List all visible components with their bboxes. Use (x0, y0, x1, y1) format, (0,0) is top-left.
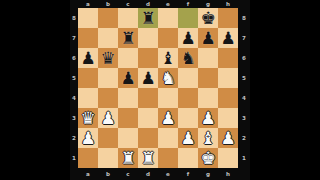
square-g2[interactable]: ♝ (198, 128, 218, 148)
rank-label-8: 8 (240, 12, 247, 24)
square-b1[interactable] (98, 148, 118, 168)
square-h2[interactable]: ♟ (218, 128, 238, 148)
square-g5[interactable] (198, 68, 218, 88)
square-d2[interactable] (138, 128, 158, 148)
square-a8[interactable] (78, 8, 98, 28)
square-d5[interactable]: ♟ (138, 68, 158, 88)
white-pawn-piece: ♟ (78, 128, 98, 148)
white-queen-piece: ♛ (78, 108, 98, 128)
chess-board-panel: abcdefgh abcdefgh 87654321 87654321 ♜♚♜♟… (70, 0, 250, 180)
file-label-h: h (222, 2, 234, 7)
square-g6[interactable] (198, 48, 218, 68)
square-h6[interactable] (218, 48, 238, 68)
black-rook-piece: ♜ (118, 28, 138, 48)
file-label-f: f (182, 170, 194, 177)
square-d8[interactable]: ♜ (138, 8, 158, 28)
square-e6[interactable]: ♝ (158, 48, 178, 68)
square-d4[interactable] (138, 88, 158, 108)
file-labels-top: abcdefgh (78, 0, 238, 8)
black-pawn-piece: ♟ (218, 28, 238, 48)
square-h7[interactable]: ♟ (218, 28, 238, 48)
rank-label-8: 8 (72, 12, 77, 24)
rank-label-5: 5 (72, 72, 77, 84)
square-b4[interactable] (98, 88, 118, 108)
square-a4[interactable] (78, 88, 98, 108)
square-b8[interactable] (98, 8, 118, 28)
square-f5[interactable] (178, 68, 198, 88)
square-c2[interactable] (118, 128, 138, 148)
rank-label-6: 6 (72, 52, 77, 64)
file-label-b: b (102, 170, 114, 177)
rank-label-4: 4 (240, 92, 247, 104)
rank-label-3: 3 (72, 112, 77, 124)
rank-label-5: 5 (240, 72, 247, 84)
square-d6[interactable] (138, 48, 158, 68)
square-a6[interactable]: ♟ (78, 48, 98, 68)
square-g3[interactable]: ♟ (198, 108, 218, 128)
square-h1[interactable] (218, 148, 238, 168)
square-e3[interactable]: ♟ (158, 108, 178, 128)
square-b3[interactable]: ♟ (98, 108, 118, 128)
rank-label-1: 1 (72, 152, 77, 164)
square-c4[interactable] (118, 88, 138, 108)
square-f3[interactable] (178, 108, 198, 128)
file-label-b: b (102, 2, 114, 7)
file-label-d: d (142, 2, 154, 7)
square-h4[interactable] (218, 88, 238, 108)
file-label-a: a (82, 2, 94, 7)
rank-label-7: 7 (240, 32, 247, 44)
square-a3[interactable]: ♛ (78, 108, 98, 128)
square-e2[interactable] (158, 128, 178, 148)
file-label-d: d (142, 170, 154, 177)
black-pawn-piece: ♟ (118, 68, 138, 88)
rank-label-6: 6 (240, 52, 247, 64)
white-pawn-piece: ♟ (218, 128, 238, 148)
rank-labels-right: 87654321 (238, 8, 250, 168)
square-e5[interactable]: ♞ (158, 68, 178, 88)
square-f8[interactable] (178, 8, 198, 28)
square-c6[interactable] (118, 48, 138, 68)
black-rook-piece: ♜ (138, 8, 158, 28)
square-h8[interactable] (218, 8, 238, 28)
square-e8[interactable] (158, 8, 178, 28)
file-labels-bottom: abcdefgh (78, 168, 238, 180)
rank-label-2: 2 (240, 132, 247, 144)
black-pawn-piece: ♟ (78, 48, 98, 68)
white-knight-piece: ♞ (158, 68, 178, 88)
square-e4[interactable] (158, 88, 178, 108)
white-king-piece: ♚ (198, 148, 218, 168)
square-c1[interactable]: ♜ (118, 148, 138, 168)
video-frame: abcdefgh abcdefgh 87654321 87654321 ♜♚♜♟… (0, 0, 320, 180)
file-label-g: g (202, 2, 214, 7)
file-label-a: a (82, 170, 94, 177)
file-label-g: g (202, 170, 214, 177)
rank-labels-left: 87654321 (70, 8, 78, 168)
white-bishop-piece: ♝ (198, 128, 218, 148)
square-f1[interactable] (178, 148, 198, 168)
white-rook-piece: ♜ (118, 148, 138, 168)
file-label-f: f (182, 2, 194, 7)
square-e1[interactable] (158, 148, 178, 168)
white-pawn-piece: ♟ (98, 108, 118, 128)
black-queen-piece: ♛ (98, 48, 118, 68)
square-c3[interactable] (118, 108, 138, 128)
square-b6[interactable]: ♛ (98, 48, 118, 68)
square-c7[interactable]: ♜ (118, 28, 138, 48)
black-pawn-piece: ♟ (198, 28, 218, 48)
square-a2[interactable]: ♟ (78, 128, 98, 148)
square-h3[interactable] (218, 108, 238, 128)
square-f2[interactable]: ♟ (178, 128, 198, 148)
square-d1[interactable]: ♜ (138, 148, 158, 168)
rank-label-7: 7 (72, 32, 77, 44)
square-g8[interactable]: ♚ (198, 8, 218, 28)
black-knight-piece: ♞ (178, 48, 198, 68)
chess-board[interactable]: ♜♚♜♟♟♟♟♛♝♞♟♟♞♛♟♟♟♟♟♝♟♜♜♚ (78, 8, 238, 168)
square-f7[interactable]: ♟ (178, 28, 198, 48)
square-g4[interactable] (198, 88, 218, 108)
file-label-h: h (222, 170, 234, 177)
white-pawn-piece: ♟ (198, 108, 218, 128)
square-c5[interactable]: ♟ (118, 68, 138, 88)
white-rook-piece: ♜ (138, 148, 158, 168)
white-pawn-piece: ♟ (178, 128, 198, 148)
square-h5[interactable] (218, 68, 238, 88)
square-e7[interactable] (158, 28, 178, 48)
square-b7[interactable] (98, 28, 118, 48)
black-pawn-piece: ♟ (138, 68, 158, 88)
square-a1[interactable] (78, 148, 98, 168)
square-f4[interactable] (178, 88, 198, 108)
file-label-c: c (122, 2, 134, 7)
white-pawn-piece: ♟ (158, 108, 178, 128)
square-a5[interactable] (78, 68, 98, 88)
square-d7[interactable] (138, 28, 158, 48)
file-label-e: e (162, 2, 174, 7)
file-label-c: c (122, 170, 134, 177)
rank-label-3: 3 (240, 112, 247, 124)
black-pawn-piece: ♟ (178, 28, 198, 48)
square-g1[interactable]: ♚ (198, 148, 218, 168)
square-a7[interactable] (78, 28, 98, 48)
square-f6[interactable]: ♞ (178, 48, 198, 68)
rank-label-1: 1 (240, 152, 247, 164)
rank-label-4: 4 (72, 92, 77, 104)
square-d3[interactable] (138, 108, 158, 128)
square-c8[interactable] (118, 8, 138, 28)
black-king-piece: ♚ (198, 8, 218, 28)
square-b2[interactable] (98, 128, 118, 148)
square-b5[interactable] (98, 68, 118, 88)
black-bishop-piece: ♝ (158, 48, 178, 68)
rank-label-2: 2 (72, 132, 77, 144)
square-g7[interactable]: ♟ (198, 28, 218, 48)
file-label-e: e (162, 170, 174, 177)
